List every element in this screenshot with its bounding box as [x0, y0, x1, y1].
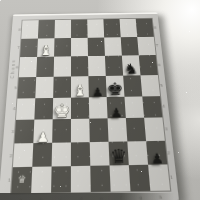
rank-label-2: 2: [167, 150, 170, 155]
rank-label-4: 4: [162, 104, 165, 109]
rank-label-5: 5: [160, 83, 163, 88]
square-e7[interactable]: [88, 37, 105, 56]
square-a7[interactable]: [20, 38, 38, 57]
square-b1[interactable]: [31, 167, 51, 193]
square-h8[interactable]: [136, 19, 154, 37]
rank-label-3: 3: [165, 126, 168, 131]
square-d5[interactable]: ♝: [71, 76, 89, 97]
square-a6[interactable]: [19, 57, 37, 77]
square-c7[interactable]: [54, 38, 71, 57]
square-a4[interactable]: [16, 98, 35, 120]
board-maker-logo: ♛: [11, 167, 32, 193]
square-g2[interactable]: [127, 141, 148, 166]
square-d2[interactable]: [71, 142, 90, 167]
board-grid: ♝♞♝♟♚♚♟♟♛♟♛: [11, 19, 170, 194]
square-a5[interactable]: [17, 77, 36, 98]
rank-label-2: 2: [9, 153, 12, 158]
piece-white-bishop-d5[interactable]: ♝: [73, 83, 87, 98]
square-f3[interactable]: [108, 118, 128, 141]
rank-label-3: 3: [11, 129, 14, 134]
piece-black-pawn-f4[interactable]: ♟: [110, 106, 122, 119]
square-a2[interactable]: [13, 143, 33, 168]
square-e8[interactable]: [87, 19, 104, 37]
square-d8[interactable]: [71, 20, 88, 38]
square-b6[interactable]: [36, 57, 54, 77]
square-c2[interactable]: [52, 142, 71, 167]
square-g4[interactable]: [124, 96, 144, 118]
square-e3[interactable]: [89, 118, 108, 141]
square-g6[interactable]: ♞: [122, 55, 141, 75]
chessboard-mat: Chess 87654321 87654321 abcdefgh ♝♞♝♟♚♚♟…: [0, 12, 179, 200]
rank-label-7: 7: [156, 44, 159, 48]
square-d6[interactable]: [71, 56, 88, 76]
board-perspective-wrap: Chess 87654321 87654321 abcdefgh ♝♞♝♟♚♚♟…: [0, 12, 179, 200]
square-c1[interactable]: [51, 167, 71, 193]
rank-label-5: 5: [14, 85, 17, 90]
piece-black-pawn-e5[interactable]: ♟: [92, 85, 104, 97]
square-g1[interactable]: [129, 165, 150, 191]
rank-label-6: 6: [16, 65, 19, 69]
rank-label-7: 7: [17, 46, 20, 50]
square-a1[interactable]: ♛: [11, 167, 32, 193]
square-f7[interactable]: [104, 37, 122, 56]
square-d4[interactable]: [71, 97, 89, 119]
rank-label-6: 6: [158, 63, 161, 67]
square-h4[interactable]: [142, 96, 162, 118]
square-f2[interactable]: ♛: [109, 141, 129, 166]
piece-black-pawn-h2[interactable]: ♟: [150, 152, 164, 166]
square-c4[interactable]: ♚: [53, 97, 71, 119]
square-a3[interactable]: [14, 120, 34, 143]
square-g5[interactable]: [123, 75, 142, 96]
square-e6[interactable]: [88, 56, 106, 76]
square-b5[interactable]: [35, 77, 53, 98]
board-brand-text: Chess: [9, 59, 16, 79]
square-h6[interactable]: [139, 55, 158, 75]
square-d7[interactable]: [71, 37, 88, 56]
square-d1[interactable]: [71, 166, 91, 192]
rank-label-4: 4: [13, 106, 16, 111]
piece-white-pawn-b3[interactable]: ♟: [37, 130, 50, 144]
piece-black-knight-g6[interactable]: ♞: [124, 62, 139, 76]
square-h7[interactable]: [137, 36, 156, 55]
square-b8[interactable]: [38, 20, 55, 38]
board-edge-shadow: [0, 193, 174, 200]
square-b2[interactable]: [32, 143, 52, 168]
piece-white-king-c4[interactable]: ♚: [53, 102, 70, 121]
square-f8[interactable]: [103, 19, 120, 37]
square-e1[interactable]: [90, 166, 110, 192]
rank-label-1: 1: [8, 178, 11, 184]
square-d3[interactable]: [71, 119, 90, 142]
square-h1[interactable]: [148, 165, 170, 191]
photo-scene: Chess 87654321 87654321 abcdefgh ♝♞♝♟♚♚♟…: [0, 0, 200, 200]
square-b3[interactable]: ♟: [33, 119, 52, 142]
square-c3[interactable]: [52, 119, 71, 142]
rank-label-1: 1: [170, 175, 173, 181]
rank-label-8: 8: [154, 25, 157, 29]
square-e4[interactable]: [89, 97, 108, 119]
square-g3[interactable]: [126, 118, 146, 141]
square-g8[interactable]: [120, 19, 138, 37]
square-f5[interactable]: ♚: [106, 76, 125, 97]
square-h3[interactable]: [144, 118, 165, 141]
square-c6[interactable]: [54, 57, 71, 77]
square-b4[interactable]: [34, 97, 53, 119]
square-h5[interactable]: [140, 75, 160, 96]
square-c8[interactable]: [54, 20, 71, 38]
square-c5[interactable]: [53, 76, 71, 97]
square-f4[interactable]: ♟: [107, 96, 126, 118]
dust-specks: [0, 0, 1, 1]
square-f1[interactable]: [110, 166, 131, 192]
piece-black-king-f5[interactable]: ♚: [106, 80, 124, 98]
square-e2[interactable]: [90, 142, 110, 167]
rank-label-8: 8: [18, 27, 21, 31]
square-g7[interactable]: [121, 37, 139, 56]
square-h2[interactable]: ♟: [146, 141, 167, 166]
square-a8[interactable]: [21, 20, 38, 38]
square-e5[interactable]: ♟: [88, 76, 106, 97]
square-f6[interactable]: [105, 56, 123, 76]
piece-black-queen-f2[interactable]: ♛: [110, 147, 128, 167]
square-b7[interactable]: ♝: [37, 38, 54, 57]
piece-white-bishop-b7[interactable]: ♝: [39, 44, 53, 58]
